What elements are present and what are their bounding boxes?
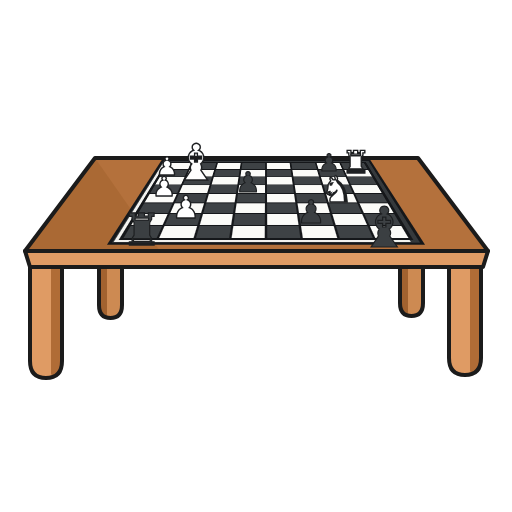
square-d2[interactable] bbox=[232, 214, 266, 226]
piece-white-pawn-b4[interactable]: ♟ bbox=[172, 192, 200, 223]
table-leg-outer-left bbox=[30, 258, 62, 378]
piece-white-bishop-c8[interactable]: ♝ bbox=[174, 138, 219, 188]
table-leg-outer-right bbox=[449, 258, 481, 375]
square-f6[interactable] bbox=[293, 177, 322, 185]
square-e5[interactable] bbox=[266, 185, 295, 194]
piece-black-bishop-h2[interactable]: ♝ bbox=[359, 200, 409, 256]
square-d3[interactable] bbox=[234, 203, 266, 214]
table-apron bbox=[25, 251, 488, 267]
square-e3[interactable] bbox=[266, 203, 298, 214]
square-e6[interactable] bbox=[266, 177, 294, 185]
square-c2[interactable] bbox=[198, 214, 234, 226]
square-c3[interactable] bbox=[201, 203, 235, 214]
chess-table-scene: ♟♝♟♜♟♟♞♟♟♜♝ bbox=[0, 0, 512, 512]
square-d1[interactable] bbox=[230, 225, 266, 238]
piece-black-pawn-d6[interactable]: ♟ bbox=[235, 169, 260, 197]
square-e7[interactable] bbox=[266, 169, 293, 176]
square-c1[interactable] bbox=[194, 225, 232, 238]
wooden-table bbox=[0, 0, 512, 512]
piece-black-pawn-f3[interactable]: ♟ bbox=[297, 196, 326, 228]
square-c4[interactable] bbox=[205, 194, 237, 204]
square-h5[interactable] bbox=[350, 185, 383, 194]
square-b1[interactable] bbox=[158, 225, 198, 238]
square-e2[interactable] bbox=[266, 214, 300, 226]
square-e4[interactable] bbox=[266, 194, 297, 204]
piece-white-knight-g5[interactable]: ♞ bbox=[321, 172, 353, 208]
square-e8[interactable] bbox=[266, 163, 292, 170]
square-f8[interactable] bbox=[291, 163, 318, 170]
piece-black-rook-b2[interactable]: ♜ bbox=[122, 208, 161, 252]
square-f7[interactable] bbox=[292, 169, 320, 176]
